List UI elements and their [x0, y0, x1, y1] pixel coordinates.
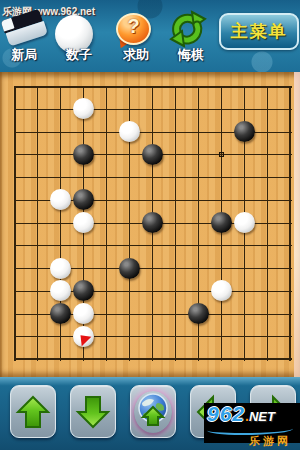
black-stone	[119, 258, 140, 279]
site-logo: 962.NET 乐游网	[204, 403, 300, 443]
black-stone	[188, 303, 209, 324]
white-stone	[73, 326, 94, 347]
black-stone	[73, 280, 94, 301]
white-stone	[50, 280, 71, 301]
grid-line-vertical	[267, 86, 268, 361]
white-stone	[73, 98, 94, 119]
black-stone	[142, 212, 163, 233]
grid-line-horizontal	[14, 245, 292, 246]
white-stone	[119, 121, 140, 142]
logo-number: 962	[207, 404, 245, 424]
white-stone	[211, 280, 232, 301]
star-point	[219, 152, 224, 157]
black-stone	[211, 212, 232, 233]
logo-site-name: 乐游网	[207, 434, 297, 449]
white-stone	[73, 303, 94, 324]
down-arrow-button[interactable]	[70, 385, 116, 438]
new-game-label[interactable]: 新局	[6, 46, 42, 64]
board-edge-highlight	[294, 72, 300, 377]
grid-line-horizontal	[14, 358, 292, 360]
white-stone	[73, 212, 94, 233]
main-menu-button[interactable]: 主菜单	[219, 13, 299, 50]
board-grid[interactable]	[0, 72, 300, 377]
down-arrow-icon	[75, 394, 111, 430]
grid-line-horizontal	[14, 336, 292, 337]
up-arrow-button[interactable]	[10, 385, 56, 438]
black-stone	[73, 189, 94, 210]
last-move-marker	[73, 326, 94, 347]
undo-label[interactable]: 悔棋	[173, 46, 209, 64]
count-label[interactable]: 数子	[61, 46, 97, 64]
globe-upload-button[interactable]	[130, 385, 176, 438]
question-bubble-icon[interactable]: ?	[116, 13, 151, 45]
grid-line-horizontal	[14, 177, 292, 178]
white-stone	[234, 212, 255, 233]
white-stone	[50, 189, 71, 210]
white-stone	[50, 258, 71, 279]
grid-line-horizontal	[14, 109, 292, 110]
black-stone	[234, 121, 255, 142]
grid-line-vertical	[175, 86, 176, 361]
go-board[interactable]	[0, 72, 300, 377]
black-stone	[142, 144, 163, 165]
black-stone	[73, 144, 94, 165]
main-menu-label: 主菜单	[231, 20, 288, 43]
logo-tld: NET	[249, 407, 275, 427]
top-toolbar: 乐游网 www.962.net ? 主菜单 新局 数子 求助 悔棋	[0, 0, 300, 72]
question-mark: ?	[116, 15, 151, 38]
black-stone	[50, 303, 71, 324]
help-label[interactable]: 求助	[118, 46, 154, 64]
up-arrow-icon	[15, 394, 51, 430]
globe-up-arrow-icon	[134, 391, 172, 433]
recycle-arrows-icon[interactable]	[168, 9, 208, 49]
grid-line-horizontal	[14, 86, 292, 88]
grid-line-vertical	[289, 86, 291, 361]
